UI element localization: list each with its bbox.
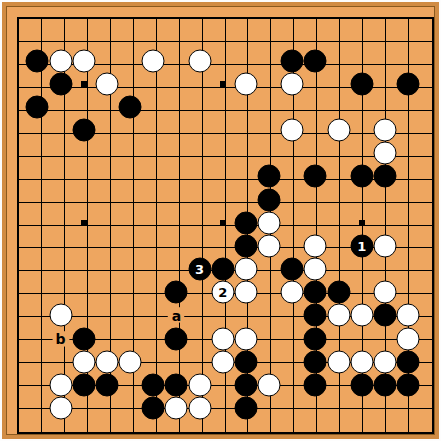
grid-cell bbox=[42, 180, 65, 203]
grid-cell bbox=[19, 19, 42, 42]
black-stone bbox=[49, 72, 72, 95]
grid-cell bbox=[409, 42, 432, 65]
grid-cell bbox=[111, 271, 134, 294]
grid-cell bbox=[386, 19, 409, 42]
grid-cell bbox=[386, 42, 409, 65]
grid-cell bbox=[88, 157, 111, 180]
grid-cell bbox=[226, 19, 249, 42]
white-stone bbox=[304, 258, 327, 281]
grid-cell bbox=[203, 88, 226, 111]
star-point bbox=[220, 220, 226, 226]
grid-cell bbox=[134, 248, 157, 271]
grid-cell bbox=[42, 271, 65, 294]
grid-cell bbox=[180, 226, 203, 249]
grid-cell bbox=[363, 409, 386, 432]
grid-cell bbox=[65, 157, 88, 180]
black-stone bbox=[304, 165, 327, 188]
black-stone bbox=[119, 95, 142, 118]
white-stone bbox=[281, 119, 304, 142]
grid-cell bbox=[19, 294, 42, 317]
grid-cell bbox=[157, 157, 180, 180]
grid-cell bbox=[409, 226, 432, 249]
black-stone bbox=[397, 373, 420, 396]
grid-cell bbox=[203, 19, 226, 42]
black-stone bbox=[234, 397, 257, 420]
black-stone bbox=[142, 373, 165, 396]
black-stone bbox=[72, 119, 95, 142]
grid-cell bbox=[363, 203, 386, 226]
star-point bbox=[81, 81, 87, 87]
white-stone bbox=[72, 49, 95, 72]
grid-cell bbox=[19, 386, 42, 409]
black-stone bbox=[26, 49, 49, 72]
grid-cell bbox=[157, 203, 180, 226]
grid-cell bbox=[19, 340, 42, 363]
grid-cell bbox=[157, 88, 180, 111]
grid-cell bbox=[157, 226, 180, 249]
grid-cell bbox=[134, 317, 157, 340]
black-stone bbox=[350, 165, 373, 188]
black-stone bbox=[234, 211, 257, 234]
white-stone bbox=[234, 258, 257, 281]
black-stone bbox=[304, 49, 327, 72]
grid-cell bbox=[317, 203, 340, 226]
grid-cell bbox=[157, 180, 180, 203]
grid-cell bbox=[19, 226, 42, 249]
grid-cell bbox=[157, 248, 180, 271]
white-stone bbox=[95, 350, 118, 373]
grid-cell bbox=[157, 19, 180, 42]
grid-cell bbox=[42, 203, 65, 226]
grid-cell bbox=[248, 19, 271, 42]
grid-cell bbox=[226, 111, 249, 134]
grid-cell bbox=[226, 134, 249, 157]
grid-cell bbox=[42, 157, 65, 180]
black-stone bbox=[304, 327, 327, 350]
grid-cell bbox=[180, 134, 203, 157]
grid-cell bbox=[248, 42, 271, 65]
grid-cell bbox=[65, 226, 88, 249]
black-stone bbox=[350, 72, 373, 95]
grid-cell bbox=[409, 134, 432, 157]
grid-cell bbox=[134, 294, 157, 317]
grid-cell bbox=[111, 248, 134, 271]
grid-cell bbox=[271, 409, 294, 432]
grid-cell bbox=[111, 294, 134, 317]
grid-cell bbox=[203, 111, 226, 134]
grid-cell bbox=[203, 157, 226, 180]
grid-cell bbox=[134, 180, 157, 203]
grid-cell bbox=[157, 134, 180, 157]
grid-cell bbox=[180, 157, 203, 180]
black-stone bbox=[327, 281, 350, 304]
grid-cell bbox=[111, 19, 134, 42]
grid-cell bbox=[409, 248, 432, 271]
grid-cell bbox=[65, 271, 88, 294]
white-stone bbox=[119, 350, 142, 373]
white-stone bbox=[350, 350, 373, 373]
grid-cell bbox=[19, 363, 42, 386]
white-stone bbox=[373, 142, 396, 165]
point-label-b: b bbox=[52, 330, 69, 347]
grid-cell bbox=[19, 271, 42, 294]
grid-cell bbox=[19, 409, 42, 432]
grid-cell bbox=[19, 180, 42, 203]
black-stone bbox=[234, 350, 257, 373]
black-stone bbox=[304, 373, 327, 396]
white-stone bbox=[142, 49, 165, 72]
grid-cell bbox=[409, 157, 432, 180]
white-stone bbox=[281, 72, 304, 95]
star-point bbox=[81, 220, 87, 226]
grid-cell bbox=[248, 134, 271, 157]
grid-cell bbox=[88, 271, 111, 294]
grid-cell bbox=[409, 111, 432, 134]
white-stone bbox=[234, 281, 257, 304]
white-stone bbox=[373, 350, 396, 373]
grid-cell bbox=[157, 111, 180, 134]
grid-cell bbox=[294, 203, 317, 226]
black-stone bbox=[281, 258, 304, 281]
grid-cell bbox=[409, 271, 432, 294]
grid-cell bbox=[42, 226, 65, 249]
black-stone bbox=[373, 165, 396, 188]
board-face: 132ab bbox=[7, 7, 434, 434]
grid-cell bbox=[19, 248, 42, 271]
black-stone-move-3: 3 bbox=[188, 258, 211, 281]
grid-cell bbox=[340, 409, 363, 432]
grid-cell bbox=[88, 248, 111, 271]
grid-cell bbox=[19, 157, 42, 180]
grid-cell bbox=[111, 134, 134, 157]
grid-cell bbox=[88, 19, 111, 42]
white-stone bbox=[373, 119, 396, 142]
black-stone bbox=[95, 373, 118, 396]
grid-cell bbox=[294, 19, 317, 42]
grid-cell bbox=[386, 203, 409, 226]
grid-cell bbox=[294, 409, 317, 432]
black-stone bbox=[258, 188, 281, 211]
white-stone bbox=[95, 72, 118, 95]
go-board[interactable]: 132ab bbox=[0, 0, 441, 441]
black-stone bbox=[26, 95, 49, 118]
grid-cell bbox=[271, 340, 294, 363]
grid-cell bbox=[134, 157, 157, 180]
grid-cell bbox=[88, 203, 111, 226]
star-point bbox=[359, 220, 365, 226]
grid-cell bbox=[88, 409, 111, 432]
black-stone bbox=[397, 350, 420, 373]
black-stone bbox=[304, 304, 327, 327]
white-stone bbox=[234, 327, 257, 350]
grid-cell bbox=[363, 19, 386, 42]
black-stone bbox=[304, 350, 327, 373]
grid-cell bbox=[271, 19, 294, 42]
grid-cell bbox=[134, 271, 157, 294]
grid-cell bbox=[88, 294, 111, 317]
grid-cell bbox=[134, 134, 157, 157]
white-stone bbox=[49, 373, 72, 396]
white-stone bbox=[397, 327, 420, 350]
white-stone bbox=[327, 304, 350, 327]
black-stone bbox=[142, 397, 165, 420]
black-stone bbox=[304, 281, 327, 304]
black-stone bbox=[72, 373, 95, 396]
grid-cell bbox=[111, 409, 134, 432]
white-stone bbox=[234, 72, 257, 95]
white-stone bbox=[211, 350, 234, 373]
black-stone-move-1: 1 bbox=[350, 234, 373, 257]
grid-cell bbox=[226, 42, 249, 65]
grid-cell bbox=[340, 42, 363, 65]
white-stone bbox=[72, 350, 95, 373]
grid-cell bbox=[19, 203, 42, 226]
grid-cell bbox=[226, 180, 249, 203]
grid-cell bbox=[317, 19, 340, 42]
white-stone-move-2: 2 bbox=[211, 281, 234, 304]
grid-cell bbox=[134, 19, 157, 42]
grid-cell bbox=[180, 180, 203, 203]
white-stone bbox=[49, 49, 72, 72]
grid-cell bbox=[88, 180, 111, 203]
white-stone bbox=[258, 373, 281, 396]
grid-cell bbox=[409, 409, 432, 432]
black-stone bbox=[397, 72, 420, 95]
black-stone bbox=[350, 373, 373, 396]
grid-cell bbox=[409, 203, 432, 226]
white-stone bbox=[49, 304, 72, 327]
white-stone bbox=[211, 327, 234, 350]
white-stone bbox=[165, 397, 188, 420]
white-stone bbox=[373, 234, 396, 257]
white-stone bbox=[373, 281, 396, 304]
black-stone bbox=[373, 304, 396, 327]
grid-cell bbox=[409, 180, 432, 203]
grid-cell bbox=[111, 317, 134, 340]
white-stone bbox=[188, 397, 211, 420]
grid-cell bbox=[111, 226, 134, 249]
grid-cell bbox=[65, 248, 88, 271]
white-stone bbox=[327, 119, 350, 142]
grid-cell bbox=[65, 19, 88, 42]
grid-cell bbox=[248, 111, 271, 134]
grid-cell bbox=[111, 180, 134, 203]
black-stone bbox=[281, 49, 304, 72]
point-label-a: a bbox=[168, 307, 185, 324]
grid-cell bbox=[111, 42, 134, 65]
white-stone bbox=[188, 373, 211, 396]
grid-cell bbox=[180, 203, 203, 226]
white-stone bbox=[281, 281, 304, 304]
grid-cell bbox=[363, 42, 386, 65]
grid-cell bbox=[409, 19, 432, 42]
grid-cell bbox=[203, 180, 226, 203]
black-stone bbox=[165, 281, 188, 304]
black-stone bbox=[234, 234, 257, 257]
grid-cell bbox=[42, 19, 65, 42]
white-stone bbox=[49, 397, 72, 420]
grid-cell bbox=[111, 203, 134, 226]
white-stone bbox=[350, 304, 373, 327]
star-point bbox=[220, 81, 226, 87]
black-stone bbox=[234, 373, 257, 396]
white-stone bbox=[397, 304, 420, 327]
black-stone bbox=[211, 258, 234, 281]
grid-cell bbox=[180, 88, 203, 111]
grid-cell bbox=[271, 317, 294, 340]
grid-cell bbox=[180, 111, 203, 134]
grid-cell bbox=[134, 203, 157, 226]
white-stone bbox=[258, 234, 281, 257]
grid-cell bbox=[65, 180, 88, 203]
white-stone bbox=[304, 234, 327, 257]
grid-cell bbox=[203, 226, 226, 249]
grid-cell bbox=[317, 409, 340, 432]
black-stone bbox=[165, 327, 188, 350]
grid-cell bbox=[111, 157, 134, 180]
black-stone bbox=[165, 373, 188, 396]
grid-cell bbox=[19, 134, 42, 157]
grid-cell bbox=[19, 317, 42, 340]
grid-cell bbox=[386, 409, 409, 432]
black-stone bbox=[72, 327, 95, 350]
grid-cell bbox=[226, 157, 249, 180]
grid-cell bbox=[317, 88, 340, 111]
grid-cell bbox=[203, 134, 226, 157]
black-stone bbox=[373, 373, 396, 396]
grid-cell bbox=[180, 19, 203, 42]
grid-cell bbox=[88, 226, 111, 249]
black-stone bbox=[258, 165, 281, 188]
white-stone bbox=[258, 211, 281, 234]
grid-cell bbox=[340, 19, 363, 42]
white-stone bbox=[327, 350, 350, 373]
grid-cell bbox=[42, 134, 65, 157]
grid-cell bbox=[134, 226, 157, 249]
white-stone bbox=[188, 49, 211, 72]
grid-cell bbox=[42, 248, 65, 271]
